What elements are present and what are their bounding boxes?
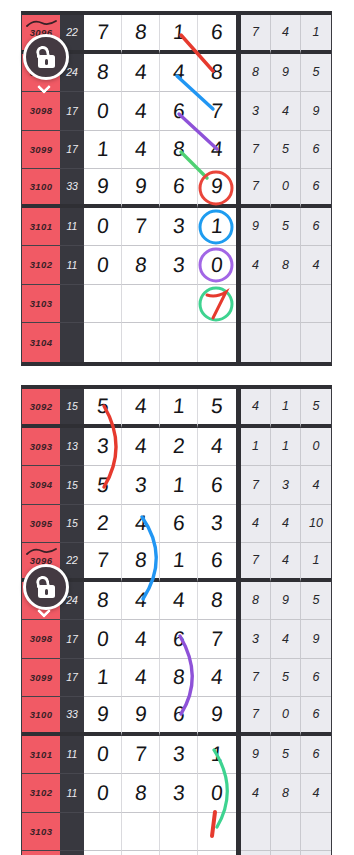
draw-number-cell: 3098 [22,92,60,131]
sum-cell: 13 [60,428,84,467]
digit-cell: 8 [198,582,236,621]
extra-cell [301,851,331,855]
extra-cell: 4 [301,246,331,285]
digit-cell: 0 [84,208,122,247]
lock-button[interactable] [23,34,69,80]
digit-cell: 6 [160,169,198,208]
extra-cell [271,813,301,852]
digit-cell: 3 [122,466,160,505]
draw-row-3099: 3099171484756 [22,131,331,170]
draw-number-cell: 3092 [22,389,60,428]
digit-cell: 3 [160,774,198,813]
draw-number-cell: 3104 [22,851,60,855]
digit-cell: 5 [198,389,236,428]
extra-cell: 1 [301,543,331,582]
extra-cell: 5 [271,208,301,247]
extra-cell: 5 [301,54,331,93]
extra-cell [301,323,331,362]
digit-cell: 2 [160,428,198,467]
extra-cell: 8 [271,246,301,285]
draw-number-cell: 3101 [22,208,60,247]
digit-cell [198,813,236,852]
draw-number-cell: 3102 [22,774,60,813]
draw-number-cell: 3103 [22,285,60,324]
extra-cell [301,813,331,852]
draw-row-3099: 3099171484756 [22,659,331,698]
draw-row-3098: 3098170467349 [22,92,331,131]
sum-cell: 11 [60,208,84,247]
digit-cell: 4 [160,54,198,93]
digit-cell [198,285,236,324]
draw-row-3094: 3094155316734 [22,466,331,505]
draw-row-3093: 3093133424110 [22,428,331,467]
digit-cell [122,323,160,362]
extra-cell: 9 [271,54,301,93]
digit-cell: 7 [84,543,122,582]
extra-cell: 9 [271,582,301,621]
extra-cell: 4 [241,246,271,285]
extra-cell [241,285,271,324]
digit-cell: 2 [84,505,122,544]
digit-cell: 9 [84,697,122,736]
digit-cell: 6 [160,620,198,659]
extra-cell: 1 [271,428,301,467]
digit-cell: 8 [160,131,198,170]
digit-cell [84,323,122,362]
digit-cell: 0 [84,774,122,813]
extra-cell: 4 [271,543,301,582]
digit-cell: 0 [84,736,122,775]
digit-cell: 1 [160,389,198,428]
extra-cell: 3 [271,466,301,505]
extra-cell: 3 [241,620,271,659]
digit-cell: 4 [122,620,160,659]
extra-cell: 5 [301,582,331,621]
extra-cell: 9 [301,92,331,131]
draw-row-3096: 3096227816741 [22,15,331,54]
digit-cell: 9 [84,169,122,208]
draw-number-cell: 3095 [22,505,60,544]
extra-cell: 5 [301,389,331,428]
extra-cell: 4 [271,505,301,544]
digit-cell: 7 [198,620,236,659]
digit-cell: 9 [198,169,236,208]
digit-cell: 4 [122,428,160,467]
digit-cell: 0 [84,246,122,285]
draw-row-3103: 3103 [22,285,331,324]
draw-row-3100: 3100339969706 [22,697,331,736]
extra-cell [241,851,271,855]
digit-cell: 8 [160,659,198,698]
digit-cell: 4 [198,131,236,170]
digit-cell: 7 [84,15,122,54]
draw-history-panel-bottom[interactable]: 3092155415415309313342411030941553167343… [21,385,332,855]
draw-number-cell: 3099 [22,131,60,170]
draw-row-3096: 3096227816741 [22,543,331,582]
draw-row-3102: 3102110830484 [22,774,331,813]
digit-cell [122,851,160,855]
digit-cell: 3 [160,246,198,285]
digit-cell: 8 [198,54,236,93]
digit-cell: 8 [122,774,160,813]
digit-cell: 0 [198,246,236,285]
sum-cell [60,813,84,852]
digit-cell: 4 [198,428,236,467]
digit-cell: 4 [198,659,236,698]
sum-cell: 17 [60,131,84,170]
extra-cell: 4 [241,774,271,813]
draw-number-cell: 3104 [22,323,60,362]
lock-button[interactable] [23,564,69,610]
digit-cell: 4 [160,582,198,621]
draw-number-cell: 3101 [22,736,60,775]
digit-cell: 8 [84,54,122,93]
draw-number-cell: 3100 [22,697,60,736]
extra-cell [271,285,301,324]
sum-cell [60,285,84,324]
digit-cell: 6 [160,92,198,131]
sum-cell [60,851,84,855]
sum-cell: 15 [60,389,84,428]
extra-cell: 7 [241,169,271,208]
draw-row-3101: 3101110731956 [22,736,331,775]
extra-cell: 6 [301,131,331,170]
draw-row-3101: 3101110731956 [22,208,331,247]
sum-cell: 33 [60,169,84,208]
digit-cell [198,323,236,362]
digit-cell [84,851,122,855]
digit-cell: 4 [122,131,160,170]
digit-cell: 8 [122,15,160,54]
digit-cell: 4 [122,54,160,93]
digit-cell: 9 [122,697,160,736]
sum-cell: 17 [60,659,84,698]
extra-cell: 4 [241,389,271,428]
digit-cell: 6 [198,466,236,505]
extra-cell: 4 [271,620,301,659]
extra-cell: 0 [271,169,301,208]
digit-cell: 3 [160,208,198,247]
digit-cell [122,813,160,852]
digit-cell: 8 [122,246,160,285]
extra-cell: 8 [241,582,271,621]
digit-cell [198,851,236,855]
extra-cell [271,851,301,855]
draw-number-cell: 3099 [22,659,60,698]
digit-cell: 5 [84,389,122,428]
extra-cell: 8 [241,54,271,93]
digit-cell [160,851,198,855]
extra-cell: 7 [241,466,271,505]
extra-cell [241,813,271,852]
draw-number-cell: 3102 [22,246,60,285]
extra-cell: 4 [241,505,271,544]
extra-cell: 5 [271,131,301,170]
extra-cell: 7 [241,131,271,170]
extra-cell: 6 [301,659,331,698]
extra-cell: 4 [271,15,301,54]
digit-cell: 1 [160,543,198,582]
sum-cell: 11 [60,736,84,775]
draw-row-3100: 3100339969706 [22,169,331,208]
draw-row-3095: 30951524634410 [22,505,331,544]
digit-cell: 1 [198,736,236,775]
digit-cell: 9 [122,169,160,208]
draw-row-3102: 3102110830484 [22,246,331,285]
digit-cell: 4 [122,92,160,131]
sum-cell: 17 [60,620,84,659]
draw-number-cell: 3100 [22,169,60,208]
extra-cell: 6 [301,697,331,736]
extra-cell: 7 [241,543,271,582]
digit-cell: 4 [122,389,160,428]
extra-cell: 6 [301,736,331,775]
digit-cell: 7 [122,208,160,247]
digit-cell [160,323,198,362]
sum-cell: 11 [60,774,84,813]
extra-cell: 8 [271,774,301,813]
extra-cell: 9 [241,736,271,775]
digit-cell: 1 [84,131,122,170]
draw-row-3104: 3104 [22,323,331,362]
sum-cell: 11 [60,246,84,285]
extra-cell: 1 [241,428,271,467]
extra-cell: 3 [241,92,271,131]
draw-number-cell: 3103 [22,813,60,852]
extra-cell: 0 [301,428,331,467]
digit-cell: 8 [84,582,122,621]
extra-cell: 6 [301,208,331,247]
digit-cell: 1 [198,208,236,247]
digit-cell: 4 [122,582,160,621]
digit-cell: 8 [122,543,160,582]
extra-cell: 10 [301,505,331,544]
sum-cell: 15 [60,505,84,544]
digit-cell: 1 [84,659,122,698]
extra-cell: 5 [271,736,301,775]
digit-cell: 4 [122,659,160,698]
extra-cell: 9 [301,620,331,659]
digit-cell: 1 [160,15,198,54]
digit-cell: 6 [160,505,198,544]
draw-number-cell: 3098 [22,620,60,659]
extra-cell: 7 [241,697,271,736]
app-screen: 3096227816741309724844889530981704673493… [0,0,354,855]
draw-row-3098: 3098170467349 [22,620,331,659]
digit-cell: 1 [160,466,198,505]
digit-cell [160,285,198,324]
extra-cell: 7 [241,15,271,54]
draw-number-cell: 3094 [22,466,60,505]
extra-cell: 6 [301,169,331,208]
sum-cell: 17 [60,92,84,131]
digit-cell: 6 [198,543,236,582]
digit-cell: 3 [160,736,198,775]
extra-cell: 1 [301,15,331,54]
digit-cell: 5 [84,466,122,505]
digit-cell: 0 [198,774,236,813]
digit-cell: 7 [198,92,236,131]
draw-number-cell: 3093 [22,428,60,467]
digit-cell: 6 [198,15,236,54]
digit-cell: 6 [160,697,198,736]
digit-cell: 0 [84,92,122,131]
draw-row-3104: 3104 [22,851,331,855]
digit-cell [122,285,160,324]
digit-cell: 0 [84,620,122,659]
extra-cell [271,323,301,362]
extra-cell: 7 [241,659,271,698]
digit-cell [160,813,198,852]
extra-cell: 0 [271,697,301,736]
extra-cell [241,323,271,362]
extra-cell: 5 [271,659,301,698]
sum-cell: 33 [60,697,84,736]
extra-cell: 9 [241,208,271,247]
extra-cell [301,285,331,324]
draw-row-3103: 3103 [22,813,331,852]
sum-cell: 15 [60,466,84,505]
extra-cell: 4 [301,774,331,813]
digit-cell: 7 [122,736,160,775]
digit-cell: 3 [198,505,236,544]
digit-cell: 3 [84,428,122,467]
extra-cell: 4 [301,466,331,505]
draw-row-3092: 3092155415415 [22,389,331,428]
digit-cell [84,285,122,324]
digit-cell: 4 [122,505,160,544]
draw-history-panel-top[interactable]: 3096227816741309724844889530981704673493… [21,11,332,366]
digit-cell [84,813,122,852]
digit-cell: 9 [198,697,236,736]
extra-cell: 4 [271,92,301,131]
extra-cell: 1 [271,389,301,428]
sum-cell [60,323,84,362]
